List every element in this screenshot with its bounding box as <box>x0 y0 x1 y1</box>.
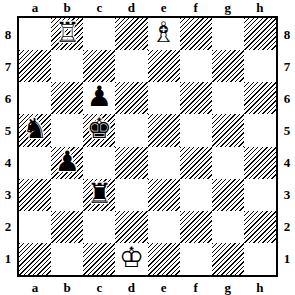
square-f8[interactable] <box>180 18 212 50</box>
square-g7[interactable] <box>212 50 244 82</box>
square-h7[interactable] <box>244 50 276 82</box>
square-h1[interactable] <box>244 243 276 275</box>
rank-label-1: 1 <box>0 243 16 275</box>
square-h8[interactable] <box>244 18 276 50</box>
square-g4[interactable] <box>212 147 244 179</box>
square-h6[interactable] <box>244 82 276 114</box>
file-labels-top: abcdefgh <box>19 0 276 15</box>
piece-black-pawn[interactable]: ♟ <box>87 83 112 111</box>
square-d3[interactable] <box>115 179 147 211</box>
square-h3[interactable] <box>244 179 276 211</box>
square-d2[interactable] <box>115 211 147 243</box>
square-e5[interactable] <box>148 114 180 146</box>
square-b7[interactable] <box>51 50 83 82</box>
square-h4[interactable] <box>244 147 276 179</box>
square-a7[interactable] <box>19 50 51 82</box>
file-label-b: b <box>51 279 83 295</box>
file-label-a: a <box>19 279 51 295</box>
piece-black-king[interactable]: ♚ <box>87 115 112 143</box>
rank-label-8: 8 <box>0 18 16 50</box>
file-label-a: a <box>19 0 51 15</box>
rank-label-4: 4 <box>279 147 295 179</box>
square-f7[interactable] <box>180 50 212 82</box>
file-label-e: e <box>148 0 180 15</box>
square-a5[interactable]: ♞ <box>19 114 51 146</box>
rank-label-7: 7 <box>0 50 16 82</box>
square-f1[interactable] <box>180 243 212 275</box>
square-g6[interactable] <box>212 82 244 114</box>
rank-label-1: 1 <box>279 243 295 275</box>
square-d8[interactable] <box>115 18 147 50</box>
rank-label-3: 3 <box>0 179 16 211</box>
square-f3[interactable] <box>180 179 212 211</box>
file-label-g: g <box>212 0 244 15</box>
square-f4[interactable] <box>180 147 212 179</box>
square-e7[interactable] <box>148 50 180 82</box>
square-g3[interactable] <box>212 179 244 211</box>
square-a3[interactable] <box>19 179 51 211</box>
piece-black-knight[interactable]: ♞ <box>23 115 48 143</box>
square-g1[interactable] <box>212 243 244 275</box>
square-f6[interactable] <box>180 82 212 114</box>
square-b8[interactable]: ♖ <box>51 18 83 50</box>
rank-label-6: 6 <box>0 82 16 114</box>
file-label-c: c <box>83 279 115 295</box>
square-g5[interactable] <box>212 114 244 146</box>
square-c4[interactable] <box>83 147 115 179</box>
square-e1[interactable] <box>148 243 180 275</box>
square-b6[interactable] <box>51 82 83 114</box>
square-b2[interactable] <box>51 211 83 243</box>
rank-labels-left: 87654321 <box>0 18 16 275</box>
file-label-d: d <box>115 279 147 295</box>
square-b3[interactable] <box>51 179 83 211</box>
file-label-f: f <box>180 0 212 15</box>
square-h5[interactable] <box>244 114 276 146</box>
square-c2[interactable] <box>83 211 115 243</box>
square-c1[interactable] <box>83 243 115 275</box>
file-label-g: g <box>212 279 244 295</box>
square-d6[interactable] <box>115 82 147 114</box>
piece-white-bishop[interactable]: ♗ <box>151 19 176 47</box>
square-h2[interactable] <box>244 211 276 243</box>
rank-label-6: 6 <box>279 82 295 114</box>
square-e6[interactable] <box>148 82 180 114</box>
square-d7[interactable] <box>115 50 147 82</box>
rank-label-4: 4 <box>0 147 16 179</box>
square-e2[interactable] <box>148 211 180 243</box>
file-label-b: b <box>51 0 83 15</box>
square-d1[interactable]: ♔ <box>115 243 147 275</box>
square-c3[interactable]: ♜ <box>83 179 115 211</box>
file-label-h: h <box>244 0 276 15</box>
square-b5[interactable] <box>51 114 83 146</box>
rank-label-3: 3 <box>279 179 295 211</box>
file-label-c: c <box>83 0 115 15</box>
square-b1[interactable] <box>51 243 83 275</box>
rank-label-5: 5 <box>0 114 16 146</box>
file-label-d: d <box>115 0 147 15</box>
piece-white-king[interactable]: ♔ <box>119 244 144 272</box>
rank-label-5: 5 <box>279 114 295 146</box>
square-e3[interactable] <box>148 179 180 211</box>
square-g2[interactable] <box>212 211 244 243</box>
rank-labels-right: 87654321 <box>279 18 295 275</box>
chess-board: ♖♗♟♞♚♟♜♔ <box>17 16 278 277</box>
piece-black-pawn[interactable]: ♟ <box>55 148 80 176</box>
square-a2[interactable] <box>19 211 51 243</box>
square-c8[interactable] <box>83 18 115 50</box>
file-labels-bottom: abcdefgh <box>19 279 276 295</box>
square-c7[interactable] <box>83 50 115 82</box>
file-label-h: h <box>244 279 276 295</box>
square-f2[interactable] <box>180 211 212 243</box>
file-label-f: f <box>180 279 212 295</box>
rank-label-2: 2 <box>0 211 16 243</box>
square-a4[interactable] <box>19 147 51 179</box>
square-e8[interactable]: ♗ <box>148 18 180 50</box>
square-a6[interactable] <box>19 82 51 114</box>
square-d5[interactable] <box>115 114 147 146</box>
square-g8[interactable] <box>212 18 244 50</box>
chess-diagram: abcdefgh 87654321 ♖♗♟♞♚♟♜♔ 87654321 abcd… <box>0 0 295 295</box>
square-a1[interactable] <box>19 243 51 275</box>
square-b4[interactable]: ♟ <box>51 147 83 179</box>
piece-black-rook[interactable]: ♜ <box>87 180 112 208</box>
file-label-e: e <box>148 279 180 295</box>
rank-label-8: 8 <box>279 18 295 50</box>
square-e4[interactable] <box>148 147 180 179</box>
square-d4[interactable] <box>115 147 147 179</box>
rank-label-2: 2 <box>279 211 295 243</box>
piece-white-rook[interactable]: ♖ <box>55 19 80 47</box>
square-f5[interactable] <box>180 114 212 146</box>
rank-label-7: 7 <box>279 50 295 82</box>
square-a8[interactable] <box>19 18 51 50</box>
square-c6[interactable]: ♟ <box>83 82 115 114</box>
square-c5[interactable]: ♚ <box>83 114 115 146</box>
